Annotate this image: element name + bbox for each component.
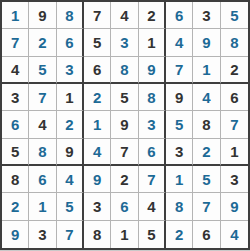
cell-r8c4[interactable]: 3 [84, 193, 111, 220]
cell-r2c4[interactable]: 5 [84, 29, 111, 56]
cell-r8c6[interactable]: 4 [139, 193, 166, 220]
cell-r5c9[interactable]: 7 [221, 111, 248, 138]
cell-r7c9[interactable]: 3 [221, 166, 248, 193]
cell-r9c4[interactable]: 8 [84, 221, 111, 248]
cell-r7c2[interactable]: 6 [29, 166, 56, 193]
cell-r7c8[interactable]: 5 [193, 166, 220, 193]
cell-r1c5[interactable]: 4 [111, 2, 138, 29]
cell-r2c2[interactable]: 2 [29, 29, 56, 56]
cell-r2c5[interactable]: 3 [111, 29, 138, 56]
cell-r7c7[interactable]: 1 [166, 166, 193, 193]
cell-r7c3[interactable]: 4 [57, 166, 84, 193]
cell-r5c6[interactable]: 3 [139, 111, 166, 138]
cell-r3c4[interactable]: 6 [84, 57, 111, 84]
cell-r4c5[interactable]: 5 [111, 84, 138, 111]
cell-r9c9[interactable]: 4 [221, 221, 248, 248]
cell-r5c7[interactable]: 5 [166, 111, 193, 138]
cell-r4c8[interactable]: 4 [193, 84, 220, 111]
cell-r8c5[interactable]: 6 [111, 193, 138, 220]
cell-r1c3[interactable]: 8 [57, 2, 84, 29]
cell-r3c7[interactable]: 7 [166, 57, 193, 84]
cell-r6c5[interactable]: 7 [111, 139, 138, 166]
cell-r1c1[interactable]: 1 [2, 2, 29, 29]
cell-r7c4[interactable]: 9 [84, 166, 111, 193]
cell-r8c2[interactable]: 1 [29, 193, 56, 220]
cell-r2c6[interactable]: 1 [139, 29, 166, 56]
cell-r7c5[interactable]: 2 [111, 166, 138, 193]
cell-r4c7[interactable]: 9 [166, 84, 193, 111]
cell-r1c9[interactable]: 5 [221, 2, 248, 29]
cell-r8c9[interactable]: 9 [221, 193, 248, 220]
cell-r5c8[interactable]: 8 [193, 111, 220, 138]
cell-r2c3[interactable]: 6 [57, 29, 84, 56]
cell-r3c1[interactable]: 4 [2, 57, 29, 84]
cell-r1c4[interactable]: 7 [84, 2, 111, 29]
cell-r3c2[interactable]: 5 [29, 57, 56, 84]
cell-r6c9[interactable]: 1 [221, 139, 248, 166]
cell-r8c8[interactable]: 7 [193, 193, 220, 220]
cell-r5c1[interactable]: 6 [2, 111, 29, 138]
cell-r6c8[interactable]: 2 [193, 139, 220, 166]
cell-r3c3[interactable]: 3 [57, 57, 84, 84]
cell-r9c1[interactable]: 9 [2, 221, 29, 248]
cell-r6c1[interactable]: 5 [2, 139, 29, 166]
cell-r4c1[interactable]: 3 [2, 84, 29, 111]
cell-r8c7[interactable]: 8 [166, 193, 193, 220]
cell-r2c1[interactable]: 7 [2, 29, 29, 56]
cell-r7c6[interactable]: 7 [139, 166, 166, 193]
cell-r8c1[interactable]: 2 [2, 193, 29, 220]
cell-r7c1[interactable]: 8 [2, 166, 29, 193]
cell-r1c2[interactable]: 9 [29, 2, 56, 29]
cell-r4c6[interactable]: 8 [139, 84, 166, 111]
cell-r5c2[interactable]: 4 [29, 111, 56, 138]
cell-r4c9[interactable]: 6 [221, 84, 248, 111]
cell-r9c3[interactable]: 7 [57, 221, 84, 248]
cell-r9c5[interactable]: 1 [111, 221, 138, 248]
cell-r9c6[interactable]: 5 [139, 221, 166, 248]
cell-r4c2[interactable]: 7 [29, 84, 56, 111]
cell-r6c3[interactable]: 9 [57, 139, 84, 166]
cell-r1c6[interactable]: 2 [139, 2, 166, 29]
cell-r6c6[interactable]: 6 [139, 139, 166, 166]
cell-r1c7[interactable]: 6 [166, 2, 193, 29]
cell-r8c3[interactable]: 5 [57, 193, 84, 220]
cell-r3c8[interactable]: 1 [193, 57, 220, 84]
cell-r3c9[interactable]: 2 [221, 57, 248, 84]
cell-r9c2[interactable]: 3 [29, 221, 56, 248]
cell-r6c2[interactable]: 8 [29, 139, 56, 166]
cell-r5c5[interactable]: 9 [111, 111, 138, 138]
cell-r9c8[interactable]: 6 [193, 221, 220, 248]
cell-r6c4[interactable]: 4 [84, 139, 111, 166]
cell-r2c8[interactable]: 9 [193, 29, 220, 56]
cell-r2c9[interactable]: 8 [221, 29, 248, 56]
cell-r9c7[interactable]: 2 [166, 221, 193, 248]
cell-r5c4[interactable]: 1 [84, 111, 111, 138]
cell-r2c7[interactable]: 4 [166, 29, 193, 56]
cell-r6c7[interactable]: 3 [166, 139, 193, 166]
cell-r4c4[interactable]: 2 [84, 84, 111, 111]
cell-r3c6[interactable]: 9 [139, 57, 166, 84]
cell-r3c5[interactable]: 8 [111, 57, 138, 84]
cell-r4c3[interactable]: 1 [57, 84, 84, 111]
sudoku-board: 1987426357265314984536897123712589466421… [0, 0, 250, 250]
cell-r5c3[interactable]: 2 [57, 111, 84, 138]
cell-r1c8[interactable]: 3 [193, 2, 220, 29]
